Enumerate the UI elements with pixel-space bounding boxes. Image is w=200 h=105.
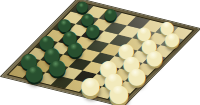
checkers-board xyxy=(0,0,200,105)
checkers-set-photo: ●●●●●●●●●●●●●●●●●●●●●●●● xyxy=(0,0,200,105)
board-grid xyxy=(8,3,192,103)
